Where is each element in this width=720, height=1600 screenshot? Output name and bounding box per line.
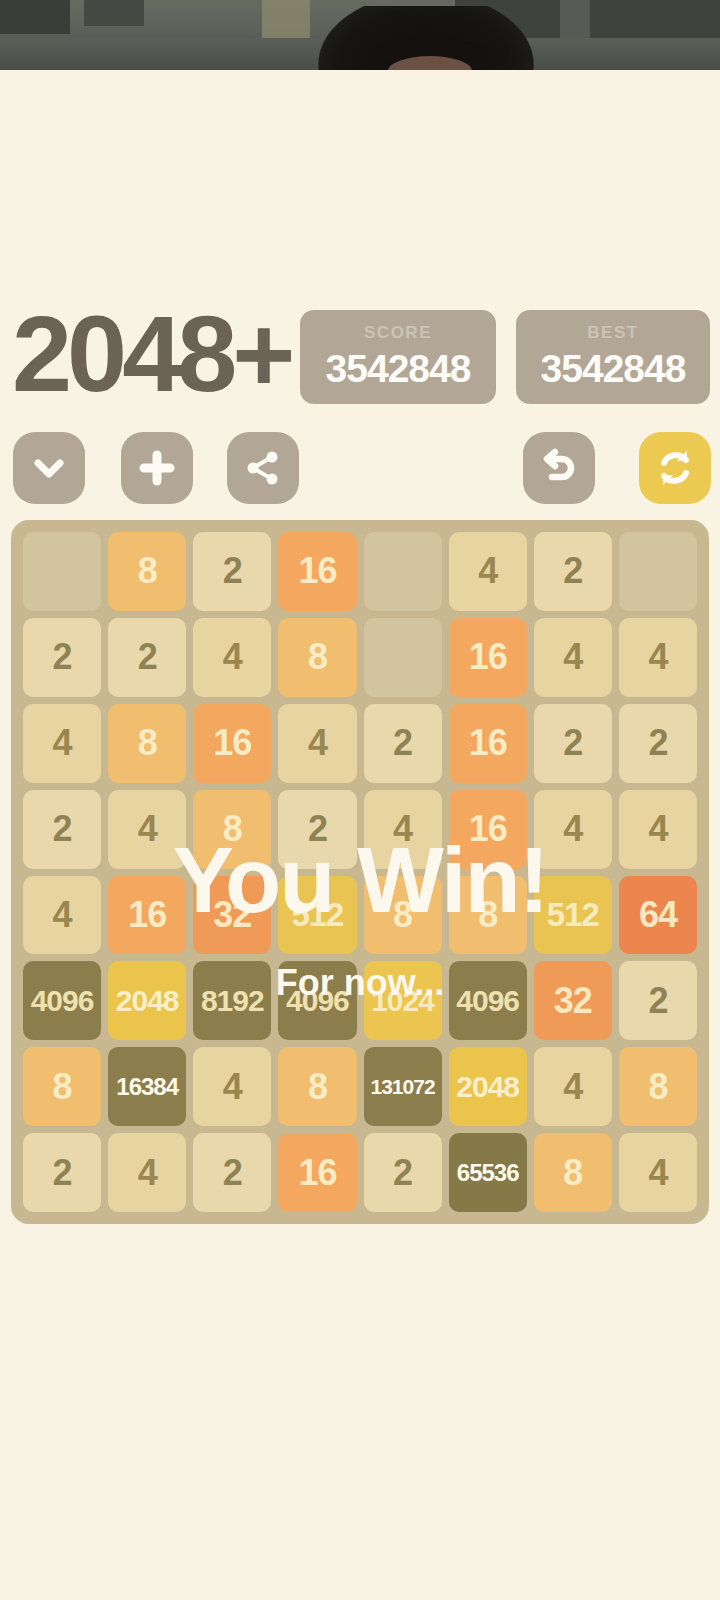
empty-cell-1-1: [23, 532, 101, 611]
tile-8-r7c1: 8: [23, 1047, 101, 1126]
tile-2-r2c2: 2: [108, 618, 186, 697]
tile-4-r3c4: 4: [278, 704, 356, 783]
score-value: 3542848: [326, 347, 471, 391]
tile-2-r3c7: 2: [534, 704, 612, 783]
tile-2-r1c7: 2: [534, 532, 612, 611]
score-label: SCORE: [364, 323, 432, 343]
tile-16-r8c4: 16: [278, 1133, 356, 1212]
collapse-button[interactable]: [13, 432, 85, 504]
banner-building: [84, 0, 144, 26]
share-button[interactable]: [227, 432, 299, 504]
new-game-button[interactable]: [121, 432, 193, 504]
share-icon: [243, 448, 283, 488]
tile-4-r1c6: 4: [449, 532, 527, 611]
tile-65536-r8c6: 65536: [449, 1133, 527, 1212]
tile-4-r2c7: 4: [534, 618, 612, 697]
tile-2-r8c1: 2: [23, 1133, 101, 1212]
tile-2-r3c8: 2: [619, 704, 697, 783]
tile-8-r8c7: 8: [534, 1133, 612, 1212]
refresh-icon: [654, 447, 696, 489]
tile-8-r7c8: 8: [619, 1047, 697, 1126]
tile-16-r1c4: 16: [278, 532, 356, 611]
tile-2-r3c5: 2: [364, 704, 442, 783]
tile-4-r2c3: 4: [193, 618, 271, 697]
undo-icon: [538, 447, 580, 489]
tile-8-r3c2: 8: [108, 704, 186, 783]
app-title: 2048+: [12, 296, 302, 412]
tile-4-r3c1: 4: [23, 704, 101, 783]
top-photo-banner: [0, 0, 720, 70]
tile-2-r1c3: 2: [193, 532, 271, 611]
tile-2-r8c5: 2: [364, 1133, 442, 1212]
best-value: 3542848: [541, 347, 686, 391]
tile-4-r8c2: 4: [108, 1133, 186, 1212]
restart-button[interactable]: [639, 432, 711, 504]
tile-4-r8c8: 4: [619, 1133, 697, 1212]
empty-cell-1-5: [364, 532, 442, 611]
tile-4-r7c7: 4: [534, 1047, 612, 1126]
win-message: You Win!: [0, 828, 720, 932]
tile-16-r3c6: 16: [449, 704, 527, 783]
tile-8-r7c4: 8: [278, 1047, 356, 1126]
empty-cell-1-8: [619, 532, 697, 611]
tile-16-r3c3: 16: [193, 704, 271, 783]
empty-cell-2-5: [364, 618, 442, 697]
tile-4-r2c8: 4: [619, 618, 697, 697]
plus-icon: [137, 448, 177, 488]
tile-2-r8c3: 2: [193, 1133, 271, 1212]
tile-8-r2c4: 8: [278, 618, 356, 697]
tile-2-r2c1: 2: [23, 618, 101, 697]
tile-131072-r7c5: 131072: [364, 1047, 442, 1126]
tile-16-r2c6: 16: [449, 618, 527, 697]
tile-8-r1c2: 8: [108, 532, 186, 611]
tile-4-r7c3: 4: [193, 1047, 271, 1126]
tile-2048-r7c6: 2048: [449, 1047, 527, 1126]
best-label: BEST: [587, 323, 638, 343]
banner-building: [0, 0, 70, 34]
best-box: BEST 3542848: [516, 310, 710, 404]
score-box: SCORE 3542848: [300, 310, 496, 404]
chevron-down-icon: [29, 448, 69, 488]
win-submessage: For now...: [0, 962, 720, 1004]
undo-button[interactable]: [523, 432, 595, 504]
tile-16384-r7c2: 16384: [108, 1047, 186, 1126]
